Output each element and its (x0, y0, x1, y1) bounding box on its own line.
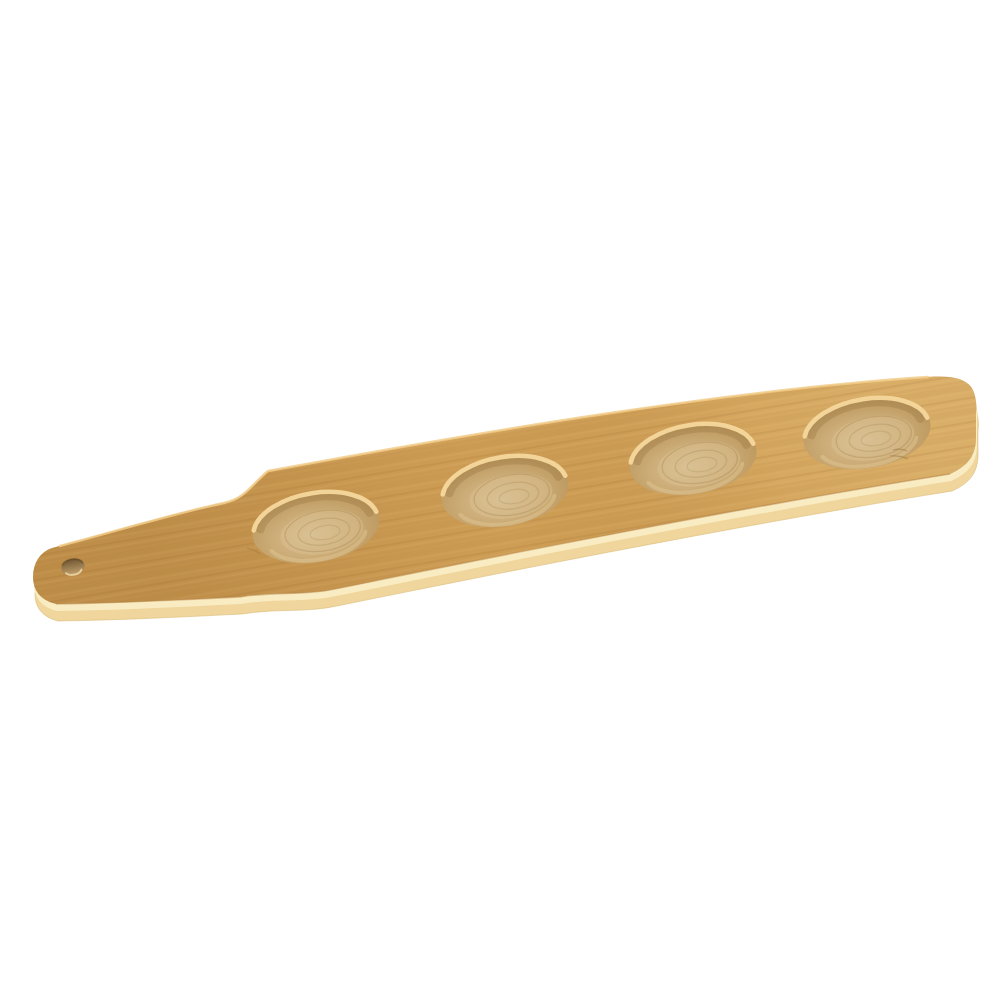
photo-background: Product photograph of a light bamboo tas… (0, 0, 1000, 1000)
product-photo: Product photograph of a light bamboo tas… (0, 0, 1000, 1000)
flight-paddle-illustration (0, 0, 1000, 1000)
